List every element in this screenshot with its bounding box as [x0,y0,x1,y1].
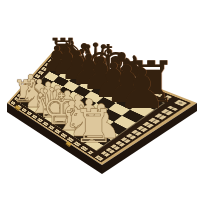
chess-piece-f2-white: ♟ [59,90,96,132]
chess-piece-a8-black: ♜ [46,34,78,70]
chess-piece-d2-white: ♟ [41,82,74,119]
chess-piece-b7-black: ♟ [50,43,83,80]
chess-piece-a1-white: ♜ [12,77,39,108]
chess-piece-g8-black: ♞ [112,51,160,104]
chess-piece-a2-white: ♟ [17,71,45,102]
chess-piece-h8-black: ♜ [125,54,176,111]
chess-piece-b8-black: ♞ [56,36,90,74]
chess-piece-e2-white: ♟ [50,86,85,125]
chess-piece-c2-white: ♟ [32,78,63,113]
chess-piece-e8-black: ♚ [85,40,132,92]
chess-piece-h7-black: ♟ [117,62,167,117]
chess-piece-b2-white: ♟ [24,75,54,108]
chess-piece-d7-black: ♟ [70,49,108,91]
chess-set-photo: ♜♞♝♛♚♝♞♜♟♟♟♟♟♟♟♟♟♟♟♟♟♟♟♟♜♞♝♛♚♝♞♜ [0,0,200,200]
chess-piece-h2-white: ♟ [80,99,122,146]
chess-piece-a7-black: ♟ [41,41,72,76]
chess-piece-c1-white: ♝ [28,84,59,118]
chess-piece-c8-black: ♝ [66,39,102,80]
chess-piece-d8-black: ♛ [74,37,118,86]
chess-piece-b1-white: ♞ [20,80,49,112]
chess-piece-h1-white: ♜ [73,105,114,151]
chess-piece-d1-white: ♛ [34,84,70,124]
chess-piece-f1-white: ♝ [53,96,89,137]
chess-piece-f7-black: ♟ [92,55,135,103]
pieces-layer: ♜♞♝♛♚♝♞♜♟♟♟♟♟♟♟♟♟♟♟♟♟♟♟♟♜♞♝♛♚♝♞♜ [0,0,200,200]
chess-piece-g2-white: ♟ [69,94,109,138]
chess-piece-g7-black: ♟ [104,59,150,111]
chess-piece-f8-black: ♝ [99,47,144,97]
chess-piece-c7-black: ♟ [60,46,95,86]
chess-piece-e1-white: ♚ [42,88,80,131]
chess-piece-e7-black: ♟ [80,52,120,97]
chess-piece-g1-white: ♞ [63,100,102,143]
